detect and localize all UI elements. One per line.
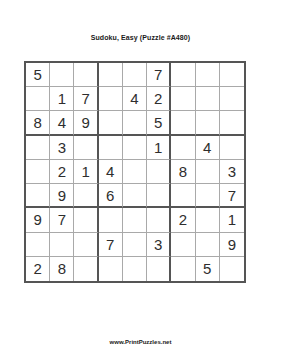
sudoku-cell-r5c7: 8 — [171, 160, 195, 184]
sudoku-cell-r1c6: 7 — [147, 63, 171, 87]
sudoku-cell-r6c2: 9 — [50, 184, 74, 208]
sudoku-cell-r7c7: 2 — [171, 208, 195, 232]
sudoku-cell-r5c8[interactable] — [196, 160, 220, 184]
sudoku-cell-r9c3[interactable] — [74, 257, 98, 281]
sudoku-cell-r1c1: 5 — [26, 63, 50, 87]
sudoku-cell-r9c5[interactable] — [123, 257, 147, 281]
sudoku-cell-r4c3[interactable] — [74, 136, 98, 160]
sudoku-cell-r3c3: 9 — [74, 111, 98, 135]
sudoku-cell-r6c1[interactable] — [26, 184, 50, 208]
sudoku-cell-r9c1: 2 — [26, 257, 50, 281]
sudoku-cell-r5c6[interactable] — [147, 160, 171, 184]
sudoku-cell-r8c6: 3 — [147, 233, 171, 257]
sudoku-cell-r4c8: 4 — [196, 136, 220, 160]
sudoku-cell-r9c6[interactable] — [147, 257, 171, 281]
sudoku-cell-r4c1[interactable] — [26, 136, 50, 160]
sudoku-cell-r8c4: 7 — [99, 233, 123, 257]
puzzle-page: Sudoku, Easy (Puzzle #A480) 571742849531… — [0, 0, 281, 363]
sudoku-cell-r2c7[interactable] — [171, 87, 195, 111]
sudoku-cell-r8c8[interactable] — [196, 233, 220, 257]
sudoku-cell-r5c9: 3 — [220, 160, 244, 184]
sudoku-cell-r5c1[interactable] — [26, 160, 50, 184]
sudoku-cell-r7c8[interactable] — [196, 208, 220, 232]
sudoku-cell-r3c8[interactable] — [196, 111, 220, 135]
sudoku-cell-r7c6[interactable] — [147, 208, 171, 232]
sudoku-cell-r8c2[interactable] — [50, 233, 74, 257]
sudoku-cell-r6c8[interactable] — [196, 184, 220, 208]
sudoku-cell-r3c6: 5 — [147, 111, 171, 135]
sudoku-cell-r3c9[interactable] — [220, 111, 244, 135]
sudoku-cell-r3c4[interactable] — [99, 111, 123, 135]
sudoku-cell-r5c3: 1 — [74, 160, 98, 184]
sudoku-cell-r9c7[interactable] — [171, 257, 195, 281]
sudoku-cell-r8c9: 9 — [220, 233, 244, 257]
sudoku-cell-r9c4[interactable] — [99, 257, 123, 281]
footer-url: www.PrintPuzzles.net — [0, 338, 281, 346]
sudoku-cell-r2c8[interactable] — [196, 87, 220, 111]
sudoku-cell-r4c7[interactable] — [171, 136, 195, 160]
sudoku-cell-r7c9: 1 — [220, 208, 244, 232]
sudoku-cell-r4c9[interactable] — [220, 136, 244, 160]
sudoku-cell-r6c7[interactable] — [171, 184, 195, 208]
sudoku-cell-r2c9[interactable] — [220, 87, 244, 111]
sudoku-cell-r2c2: 1 — [50, 87, 74, 111]
sudoku-cell-r9c9[interactable] — [220, 257, 244, 281]
sudoku-cell-r7c2: 7 — [50, 208, 74, 232]
sudoku-cell-r4c5[interactable] — [123, 136, 147, 160]
sudoku-cell-r9c2: 8 — [50, 257, 74, 281]
sudoku-cell-r1c7[interactable] — [171, 63, 195, 87]
sudoku-cell-r6c4: 6 — [99, 184, 123, 208]
sudoku-cell-r1c5[interactable] — [123, 63, 147, 87]
sudoku-cell-r6c3[interactable] — [74, 184, 98, 208]
sudoku-cell-r3c5[interactable] — [123, 111, 147, 135]
sudoku-cell-r4c2: 3 — [50, 136, 74, 160]
sudoku-cell-r1c2[interactable] — [50, 63, 74, 87]
sudoku-cell-r4c6: 1 — [147, 136, 171, 160]
sudoku-cell-r8c1[interactable] — [26, 233, 50, 257]
sudoku-cell-r3c2: 4 — [50, 111, 74, 135]
sudoku-cell-r3c7[interactable] — [171, 111, 195, 135]
sudoku-cell-r2c5: 4 — [123, 87, 147, 111]
sudoku-cell-r1c9[interactable] — [220, 63, 244, 87]
sudoku-cell-r7c3[interactable] — [74, 208, 98, 232]
sudoku-cell-r2c3: 7 — [74, 87, 98, 111]
sudoku-cell-r1c3[interactable] — [74, 63, 98, 87]
sudoku-cell-r9c8: 5 — [196, 257, 220, 281]
sudoku-cell-r8c5[interactable] — [123, 233, 147, 257]
sudoku-cell-r2c1[interactable] — [26, 87, 50, 111]
sudoku-cell-r7c1: 9 — [26, 208, 50, 232]
sudoku-cell-r2c6: 2 — [147, 87, 171, 111]
sudoku-cell-r6c5[interactable] — [123, 184, 147, 208]
sudoku-cell-r5c5[interactable] — [123, 160, 147, 184]
sudoku-cell-r1c4[interactable] — [99, 63, 123, 87]
sudoku-cell-r5c4: 4 — [99, 160, 123, 184]
sudoku-cell-r5c2: 2 — [50, 160, 74, 184]
sudoku-cell-r6c6[interactable] — [147, 184, 171, 208]
sudoku-cell-r6c9: 7 — [220, 184, 244, 208]
sudoku-cell-r1c8[interactable] — [196, 63, 220, 87]
sudoku-grid: 5717428495314214839679721739285 — [24, 61, 246, 283]
sudoku-cell-r8c7[interactable] — [171, 233, 195, 257]
sudoku-cell-r7c5[interactable] — [123, 208, 147, 232]
sudoku-cell-r3c1: 8 — [26, 111, 50, 135]
sudoku-cell-r8c3[interactable] — [74, 233, 98, 257]
sudoku-cell-r2c4[interactable] — [99, 87, 123, 111]
sudoku-cell-r4c4[interactable] — [99, 136, 123, 160]
puzzle-title: Sudoku, Easy (Puzzle #A480) — [0, 33, 281, 43]
sudoku-cell-r7c4[interactable] — [99, 208, 123, 232]
